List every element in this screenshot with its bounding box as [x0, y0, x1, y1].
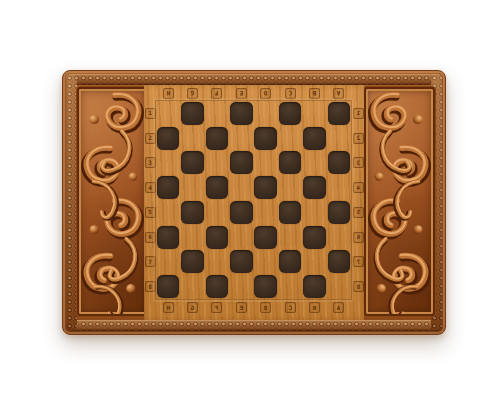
square-d4	[254, 175, 278, 200]
carved-border-left	[66, 74, 77, 331]
square-d6	[254, 225, 278, 250]
file-label-e: E	[236, 88, 247, 99]
rank-label-5: 5	[145, 207, 156, 218]
rank-label-4: 4	[353, 182, 364, 193]
square-h1	[156, 101, 180, 126]
rank-label-4: 4	[145, 182, 156, 193]
file-label-g: G	[187, 88, 198, 99]
carved-wooden-board: HGFEDCBA HGFEDCBA 12345678 12345678	[62, 70, 446, 335]
file-label-e: E	[236, 302, 247, 313]
square-f3	[205, 151, 229, 176]
square-a8	[327, 274, 351, 299]
acanthus-scroll-carving-icon	[366, 89, 433, 314]
square-e6	[229, 225, 253, 250]
file-label-g: G	[187, 302, 198, 313]
rank-label-6: 6	[145, 232, 156, 243]
square-f4	[205, 175, 229, 200]
square-c1	[278, 101, 302, 126]
file-label-f: F	[211, 88, 222, 99]
rank-label-6: 6	[353, 232, 364, 243]
square-c6	[278, 225, 302, 250]
acanthus-scroll-carving-icon	[79, 89, 146, 314]
square-h6	[156, 225, 180, 250]
rank-label-5: 5	[353, 207, 364, 218]
carved-floral-panel-left	[77, 87, 148, 316]
square-a1	[327, 101, 351, 126]
square-h5	[156, 200, 180, 225]
square-e7	[229, 250, 253, 275]
rank-label-8: 8	[353, 281, 364, 292]
square-a6	[327, 225, 351, 250]
square-d7	[254, 250, 278, 275]
file-label-d: D	[260, 88, 271, 99]
square-a7	[327, 250, 351, 275]
square-b8	[302, 274, 326, 299]
square-f8	[205, 274, 229, 299]
square-e5	[229, 200, 253, 225]
square-d5	[254, 200, 278, 225]
rank-label-1: 1	[353, 108, 364, 119]
rank-label-7: 7	[145, 256, 156, 267]
square-g1	[180, 101, 204, 126]
square-a4	[327, 175, 351, 200]
square-g5	[180, 200, 204, 225]
square-h8	[156, 274, 180, 299]
square-f2	[205, 126, 229, 151]
square-e8	[229, 274, 253, 299]
square-h3	[156, 151, 180, 176]
board-field: HGFEDCBA HGFEDCBA 12345678 12345678	[144, 85, 364, 320]
checkerboard-grid	[156, 101, 351, 299]
square-b2	[302, 126, 326, 151]
file-label-b: B	[309, 302, 320, 313]
carved-floral-panel-right	[364, 87, 435, 316]
file-label-c: C	[285, 88, 296, 99]
rank-label-7: 7	[353, 256, 364, 267]
square-g7	[180, 250, 204, 275]
file-label-b: B	[309, 88, 320, 99]
square-b7	[302, 250, 326, 275]
square-f5	[205, 200, 229, 225]
square-c3	[278, 151, 302, 176]
file-label-h: H	[163, 302, 174, 313]
square-g6	[180, 225, 204, 250]
square-b6	[302, 225, 326, 250]
square-d1	[254, 101, 278, 126]
square-e3	[229, 151, 253, 176]
file-labels-bottom: HGFEDCBA	[156, 301, 351, 314]
file-label-a: A	[333, 88, 344, 99]
rank-labels-left: 12345678	[144, 101, 156, 299]
rank-label-3: 3	[353, 157, 364, 168]
board-product-photo: HGFEDCBA HGFEDCBA 12345678 12345678	[0, 0, 500, 400]
square-d3	[254, 151, 278, 176]
square-a2	[327, 126, 351, 151]
square-c4	[278, 175, 302, 200]
square-e2	[229, 126, 253, 151]
file-label-a: A	[333, 302, 344, 313]
file-label-h: H	[163, 88, 174, 99]
file-label-d: D	[260, 302, 271, 313]
rank-label-8: 8	[145, 281, 156, 292]
rank-label-2: 2	[353, 133, 364, 144]
square-c2	[278, 126, 302, 151]
carved-border-bottom	[66, 320, 442, 331]
square-g4	[180, 175, 204, 200]
square-a3	[327, 151, 351, 176]
square-f1	[205, 101, 229, 126]
square-g3	[180, 151, 204, 176]
square-g2	[180, 126, 204, 151]
square-c8	[278, 274, 302, 299]
square-f6	[205, 225, 229, 250]
square-b3	[302, 151, 326, 176]
square-h7	[156, 250, 180, 275]
square-c7	[278, 250, 302, 275]
rank-label-3: 3	[145, 157, 156, 168]
square-c5	[278, 200, 302, 225]
square-e1	[229, 101, 253, 126]
square-h2	[156, 126, 180, 151]
square-d8	[254, 274, 278, 299]
file-labels-top: HGFEDCBA	[156, 87, 351, 100]
square-e4	[229, 175, 253, 200]
square-b4	[302, 175, 326, 200]
carved-border-top	[66, 74, 442, 85]
rank-label-1: 1	[145, 108, 156, 119]
file-label-c: C	[285, 302, 296, 313]
square-a5	[327, 200, 351, 225]
rank-labels-right: 12345678	[352, 101, 364, 299]
square-g8	[180, 274, 204, 299]
square-f7	[205, 250, 229, 275]
square-h4	[156, 175, 180, 200]
square-b5	[302, 200, 326, 225]
square-b1	[302, 101, 326, 126]
file-label-f: F	[211, 302, 222, 313]
square-d2	[254, 126, 278, 151]
rank-label-2: 2	[145, 133, 156, 144]
